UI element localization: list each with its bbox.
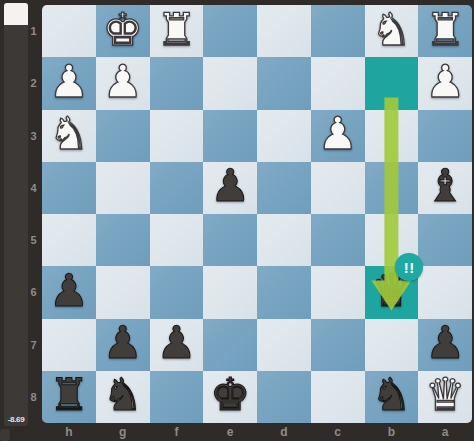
square-h2[interactable]: ♟ — [42, 57, 96, 109]
square-h7[interactable] — [42, 319, 96, 371]
black-pawn-a7: ♟ — [425, 320, 465, 365]
black-queen-b6: ♛ — [371, 268, 411, 313]
square-f2[interactable] — [150, 57, 204, 109]
square-e6[interactable] — [203, 266, 257, 318]
square-b8[interactable]: ♞ — [365, 371, 419, 423]
white-king-g1: ♚ — [102, 7, 142, 52]
rank-labels: 12345678 — [27, 5, 40, 423]
rank-label-8: 8 — [27, 371, 40, 423]
square-f4[interactable] — [150, 162, 204, 214]
black-knight-b8: ♞ — [371, 372, 411, 417]
file-label-b: b — [365, 423, 419, 441]
square-e5[interactable] — [203, 214, 257, 266]
square-d1[interactable] — [257, 5, 311, 57]
square-c6[interactable] — [311, 266, 365, 318]
black-pawn-f7: ♟ — [156, 320, 196, 365]
white-queen-a8: ♛ — [425, 372, 465, 417]
file-label-e: e — [203, 423, 257, 441]
square-g2[interactable]: ♟ — [96, 57, 150, 109]
partial-ui-element — [0, 429, 10, 441]
black-pawn-h6: ♟ — [49, 268, 89, 313]
chess-board[interactable]: ♚♜♞♜♟♟♟♞♟♟♝♟♛♟♟♟♜♞♚♞♛ !! — [42, 5, 472, 423]
file-label-a: a — [418, 423, 472, 441]
square-a2[interactable]: ♟ — [418, 57, 472, 109]
square-h6[interactable]: ♟ — [42, 266, 96, 318]
square-c7[interactable] — [311, 319, 365, 371]
square-f3[interactable] — [150, 110, 204, 162]
white-rook-a1: ♜ — [425, 7, 465, 52]
rank-label-4: 4 — [27, 162, 40, 214]
square-h5[interactable] — [42, 214, 96, 266]
square-e1[interactable] — [203, 5, 257, 57]
file-label-d: d — [257, 423, 311, 441]
square-a4[interactable]: ♝ — [418, 162, 472, 214]
square-b3[interactable] — [365, 110, 419, 162]
square-e7[interactable] — [203, 319, 257, 371]
rank-label-6: 6 — [27, 266, 40, 318]
black-rook-h8: ♜ — [49, 372, 89, 417]
black-bishop-a4: ♝ — [425, 163, 465, 208]
square-c3[interactable]: ♟ — [311, 110, 365, 162]
square-g5[interactable] — [96, 214, 150, 266]
evaluation-bar-white-portion — [4, 3, 28, 25]
square-g4[interactable] — [96, 162, 150, 214]
black-pawn-e4: ♟ — [210, 163, 250, 208]
square-b2[interactable] — [365, 57, 419, 109]
square-f6[interactable] — [150, 266, 204, 318]
file-label-f: f — [150, 423, 204, 441]
square-e8[interactable]: ♚ — [203, 371, 257, 423]
white-knight-b1: ♞ — [371, 7, 411, 52]
square-d7[interactable] — [257, 319, 311, 371]
rank-label-3: 3 — [27, 110, 40, 162]
white-pawn-a2: ♟ — [425, 59, 465, 104]
square-g7[interactable]: ♟ — [96, 319, 150, 371]
square-e2[interactable] — [203, 57, 257, 109]
file-label-c: c — [311, 423, 365, 441]
square-c4[interactable] — [311, 162, 365, 214]
square-a7[interactable]: ♟ — [418, 319, 472, 371]
white-pawn-g2: ♟ — [102, 59, 142, 104]
white-knight-h3: ♞ — [49, 111, 89, 156]
square-d4[interactable] — [257, 162, 311, 214]
evaluation-score: -8.69 — [4, 415, 28, 424]
white-rook-f1: ♜ — [156, 7, 196, 52]
file-label-g: g — [96, 423, 150, 441]
square-c8[interactable] — [311, 371, 365, 423]
square-g8[interactable]: ♞ — [96, 371, 150, 423]
square-d3[interactable] — [257, 110, 311, 162]
square-c2[interactable] — [311, 57, 365, 109]
square-b1[interactable]: ♞ — [365, 5, 419, 57]
file-labels: hgfedcba — [42, 423, 472, 441]
square-c5[interactable] — [311, 214, 365, 266]
square-a3[interactable] — [418, 110, 472, 162]
black-knight-g8: ♞ — [102, 372, 142, 417]
white-pawn-h2: ♟ — [49, 59, 89, 104]
square-g3[interactable] — [96, 110, 150, 162]
file-label-h: h — [42, 423, 96, 441]
square-c1[interactable] — [311, 5, 365, 57]
analysis-board-screen: -8.69 12345678 ♚♜♞♜♟♟♟♞♟♟♝♟♛♟♟♟♜♞♚♞♛ !! … — [0, 0, 474, 441]
black-pawn-g7: ♟ — [102, 320, 142, 365]
square-a6[interactable] — [418, 266, 472, 318]
square-d5[interactable] — [257, 214, 311, 266]
square-h8[interactable]: ♜ — [42, 371, 96, 423]
square-a5[interactable] — [418, 214, 472, 266]
square-b6[interactable]: ♛ — [365, 266, 419, 318]
rank-label-7: 7 — [27, 319, 40, 371]
rank-label-1: 1 — [27, 5, 40, 57]
square-f7[interactable]: ♟ — [150, 319, 204, 371]
square-h4[interactable] — [42, 162, 96, 214]
square-g6[interactable] — [96, 266, 150, 318]
rank-label-2: 2 — [27, 57, 40, 109]
evaluation-bar: -8.69 — [4, 3, 28, 426]
square-e3[interactable] — [203, 110, 257, 162]
square-d8[interactable] — [257, 371, 311, 423]
square-f5[interactable] — [150, 214, 204, 266]
square-b4[interactable] — [365, 162, 419, 214]
square-a1[interactable]: ♜ — [418, 5, 472, 57]
square-d2[interactable] — [257, 57, 311, 109]
rank-label-5: 5 — [27, 214, 40, 266]
square-d6[interactable] — [257, 266, 311, 318]
white-pawn-c3: ♟ — [317, 111, 357, 156]
square-h1[interactable] — [42, 5, 96, 57]
square-a8[interactable]: ♛ — [418, 371, 472, 423]
square-h3[interactable]: ♞ — [42, 110, 96, 162]
square-f8[interactable] — [150, 371, 204, 423]
square-b7[interactable] — [365, 319, 419, 371]
square-b5[interactable] — [365, 214, 419, 266]
square-g1[interactable]: ♚ — [96, 5, 150, 57]
square-e4[interactable]: ♟ — [203, 162, 257, 214]
square-f1[interactable]: ♜ — [150, 5, 204, 57]
black-king-e8: ♚ — [210, 372, 250, 417]
